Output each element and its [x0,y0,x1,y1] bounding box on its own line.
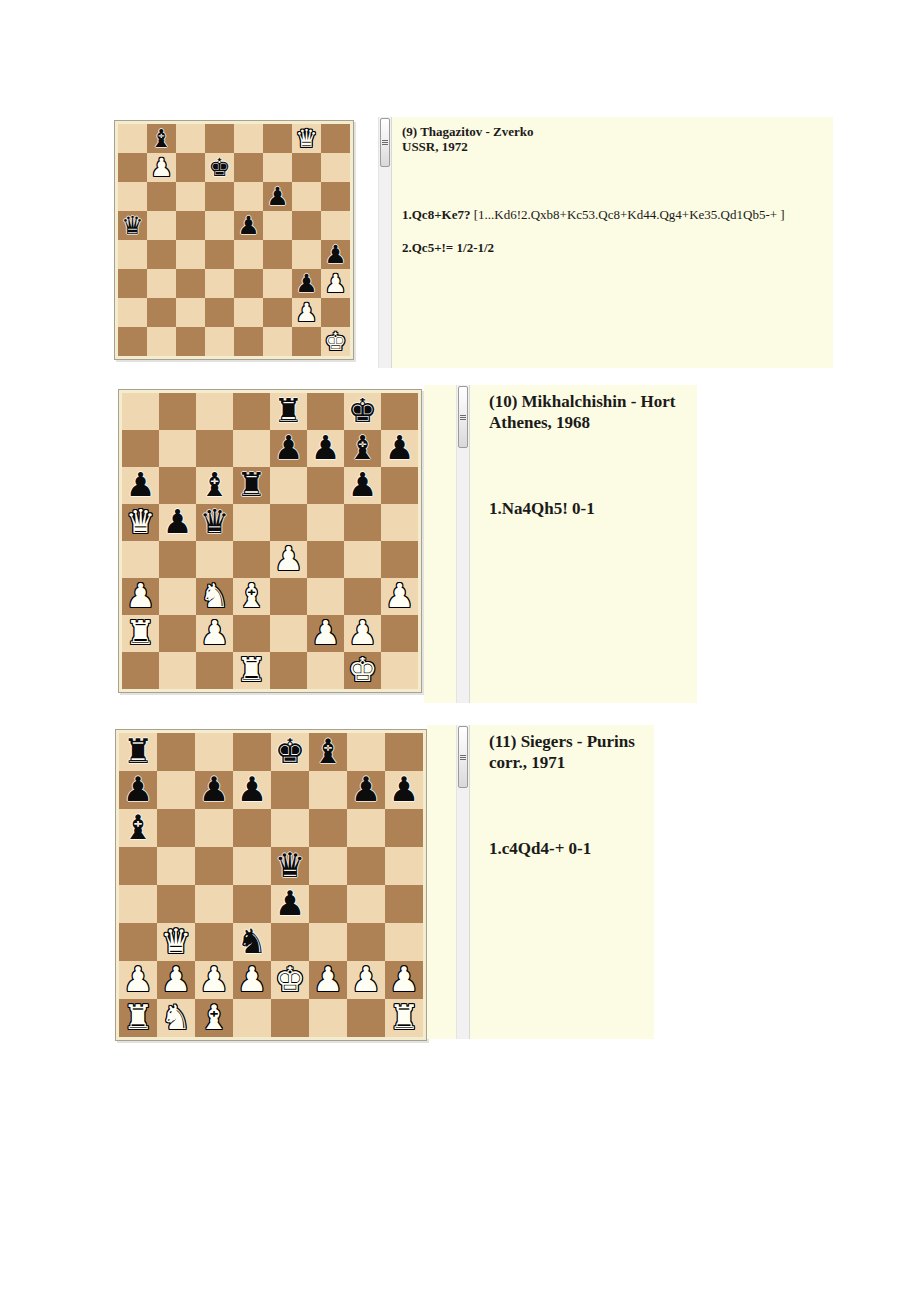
square-g7 [292,153,321,182]
square-a2: ♟ [119,961,157,999]
square-f7 [263,153,292,182]
white-pawn-icon: ♟ [126,580,156,613]
square-a4 [122,541,159,578]
black-pawn-icon: ♟ [385,432,415,465]
chess-training-page: { "game": "chess", "position": [ "1b4Q1/… [0,0,920,1302]
white-pawn-icon: ♟ [385,580,415,613]
move-line: 1.c4Qd4-+ 0-1 [489,839,648,859]
square-a1 [122,652,159,689]
square-g3 [344,578,381,615]
square-h2: ♟ [385,961,423,999]
square-e2 [234,298,263,327]
square-b8 [157,733,195,771]
square-g6 [292,182,321,211]
square-c4 [195,885,233,923]
square-h4 [381,541,418,578]
white-pawn-icon: ♟ [237,963,267,997]
square-e3 [271,923,309,961]
move-line: 1.Na4Qh5! 0-1 [489,499,691,519]
square-c3 [176,269,205,298]
square-d5 [233,504,270,541]
white-knight-icon: ♞ [161,1001,191,1035]
square-c7 [196,430,233,467]
square-b1 [147,327,176,356]
black-bishop-icon: ♝ [313,735,343,769]
square-h5 [385,847,423,885]
square-f2: ♟ [307,615,344,652]
black-bishop-icon: ♝ [348,432,378,465]
square-g1 [347,999,385,1037]
square-d3: ♝ [233,578,270,615]
square-b8: ♝ [147,124,176,153]
square-e4 [234,240,263,269]
square-c1: ♝ [195,999,233,1037]
square-d6 [233,809,271,847]
square-e8 [234,124,263,153]
square-h4 [385,885,423,923]
square-f7: ♟ [307,430,344,467]
game-title: (10) Mikhalchishin - Hort [489,391,691,412]
notation-scrollbar-1[interactable] [378,117,392,368]
square-d7 [233,430,270,467]
square-e1 [270,652,307,689]
square-f7 [309,771,347,809]
square-b1: ♞ [157,999,195,1037]
square-h7: ♟ [381,430,418,467]
square-f6 [309,809,347,847]
move-line: 1.Qc8+Ke7? [1...Kd6!2.Qxb8+Kc53.Qc8+Kd44… [402,207,825,222]
square-d5 [205,211,234,240]
black-rook-icon: ♜ [237,469,267,502]
black-queen-icon: ♛ [200,506,230,539]
square-b2 [159,615,196,652]
black-rook-icon: ♜ [274,395,304,428]
black-knight-icon: ♞ [237,925,267,959]
square-e1 [234,327,263,356]
square-h7 [321,153,350,182]
square-f5 [263,211,292,240]
square-g6: ♟ [344,467,381,504]
white-pawn-icon: ♟ [199,963,229,997]
square-e4: ♟ [271,885,309,923]
square-f1 [263,327,292,356]
square-b6 [159,467,196,504]
square-c7 [176,153,205,182]
main-moves: 2.Qc5+!= 1/2-1/2 [402,240,494,255]
square-c5 [176,211,205,240]
square-f8: ♝ [309,733,347,771]
white-rook-icon: ♜ [126,617,156,650]
square-d5 [233,847,271,885]
white-pawn-icon: ♟ [200,617,230,650]
square-c8 [196,393,233,430]
square-h5 [321,211,350,240]
notation-scrollbar-2[interactable] [456,385,470,703]
square-a6: ♝ [119,809,157,847]
square-e7 [271,771,309,809]
square-g6 [347,809,385,847]
square-a3 [118,269,147,298]
square-f3 [263,269,292,298]
square-a5: ♛ [122,504,159,541]
square-d6 [205,182,234,211]
square-h8 [381,393,418,430]
square-b5 [157,847,195,885]
square-g2: ♟ [347,961,385,999]
square-a7 [122,430,159,467]
black-pawn-icon: ♟ [351,773,381,807]
square-b7 [159,430,196,467]
square-f2: ♟ [309,961,347,999]
white-pawn-icon: ♟ [123,963,153,997]
square-e3 [270,578,307,615]
square-g8: ♛ [292,124,321,153]
white-king-icon: ♚ [348,654,378,687]
square-e5 [270,504,307,541]
white-queen-icon: ♛ [126,506,156,539]
square-b3 [159,578,196,615]
white-king-icon: ♚ [275,963,305,997]
square-a8 [118,124,147,153]
square-c2: ♟ [195,961,233,999]
square-e6 [234,182,263,211]
square-b3 [147,269,176,298]
square-e1 [271,999,309,1037]
square-h6 [321,182,350,211]
black-queen-icon: ♛ [275,849,305,883]
white-pawn-icon: ♟ [324,271,346,296]
square-b5: ♟ [159,504,196,541]
square-c6 [195,809,233,847]
square-a6: ♟ [122,467,159,504]
square-g1: ♚ [344,652,381,689]
black-pawn-icon: ♟ [275,887,305,921]
square-c4 [176,240,205,269]
square-a4 [119,885,157,923]
black-pawn-icon: ♟ [163,506,193,539]
square-b8 [159,393,196,430]
square-f5 [309,847,347,885]
square-d7: ♚ [205,153,234,182]
square-g7: ♟ [347,771,385,809]
square-b6 [157,809,195,847]
square-g2: ♟ [344,615,381,652]
square-d2: ♟ [233,961,271,999]
white-bishop-icon: ♝ [237,580,267,613]
white-rook-icon: ♜ [123,1001,153,1035]
game-title: (11) Siegers - Purins [489,731,648,752]
square-g8: ♚ [344,393,381,430]
square-f8 [263,124,292,153]
square-a2: ♜ [122,615,159,652]
black-pawn-icon: ♟ [274,432,304,465]
main-moves: 1.c4Qd4-+ 0-1 [489,839,591,858]
square-d4 [233,885,271,923]
variation-moves: [1...Kd6!2.Qxb8+Kc53.Qc8+Kd44.Qg4+Ke35.Q… [470,207,784,222]
square-d8 [205,124,234,153]
square-g7: ♝ [344,430,381,467]
notation-panel-9: (9) Thagazitov - Zverko USSR, 1972 1.Qc8… [392,117,833,368]
square-f1 [309,999,347,1037]
square-c8 [176,124,205,153]
square-c7: ♟ [195,771,233,809]
black-pawn-icon: ♟ [389,773,419,807]
square-g5 [347,847,385,885]
square-h1: ♚ [321,327,350,356]
square-f2 [263,298,292,327]
square-a8: ♜ [119,733,157,771]
square-e8: ♚ [271,733,309,771]
square-c6: ♝ [196,467,233,504]
black-pawn-icon: ♟ [295,271,317,296]
white-rook-icon: ♜ [389,1001,419,1035]
black-pawn-icon: ♟ [311,432,341,465]
black-bishop-icon: ♝ [123,811,153,845]
square-f1 [307,652,344,689]
square-g5 [292,211,321,240]
square-b3: ♛ [157,923,195,961]
square-c6 [176,182,205,211]
black-king-icon: ♚ [348,395,378,428]
square-g2: ♟ [292,298,321,327]
square-h6 [385,809,423,847]
square-e8: ♜ [270,393,307,430]
square-c8 [195,733,233,771]
square-b4 [147,240,176,269]
chess-board-10: ♜♚♟♟♝♟♟♝♜♟♛♟♛♟♟♞♝♟♜♟♟♟♜♚ [118,389,422,693]
square-g8 [347,733,385,771]
square-h3: ♟ [321,269,350,298]
square-a1 [118,327,147,356]
white-pawn-icon: ♟ [274,543,304,576]
square-h5 [381,504,418,541]
square-f3 [307,578,344,615]
game-event: USSR, 1972 [402,139,825,154]
square-f4 [309,885,347,923]
square-f5 [307,504,344,541]
square-f8 [307,393,344,430]
square-f3 [309,923,347,961]
board-grid-11: ♜♚♝♟♟♟♟♟♝♛♟♛♞♟♟♟♟♚♟♟♟♜♞♝♜ [119,733,423,1037]
square-d4 [205,240,234,269]
square-h8 [385,733,423,771]
square-b2 [147,298,176,327]
square-h7: ♟ [385,771,423,809]
square-c4 [196,541,233,578]
square-b6 [147,182,176,211]
square-c2: ♟ [196,615,233,652]
white-bishop-icon: ♝ [199,1001,229,1035]
black-bishop-icon: ♝ [200,469,230,502]
square-g3 [347,923,385,961]
white-queen-icon: ♛ [161,925,191,959]
square-f4 [307,541,344,578]
square-d3: ♞ [233,923,271,961]
black-king-icon: ♚ [208,155,230,180]
square-c5 [195,847,233,885]
white-pawn-icon: ♟ [389,963,419,997]
square-a3 [119,923,157,961]
black-queen-icon: ♛ [121,213,143,238]
white-pawn-icon: ♟ [351,963,381,997]
chess-board-9: ♝♛♟♚♟♛♟♟♟♟♟♚ [114,120,354,360]
square-e7: ♟ [270,430,307,467]
square-b7: ♟ [147,153,176,182]
square-h4: ♟ [321,240,350,269]
square-b4 [157,885,195,923]
black-pawn-icon: ♟ [237,213,259,238]
game-title: (9) Thagazitov - Zverko [402,124,825,139]
square-g1 [292,327,321,356]
scrollbar-thumb-grip-icon[interactable] [458,726,468,788]
square-d2 [233,615,270,652]
square-e6 [270,467,307,504]
square-a7: ♟ [119,771,157,809]
square-d1 [205,327,234,356]
square-a7 [118,153,147,182]
game-event: corr., 1971 [489,752,648,773]
square-g3: ♟ [292,269,321,298]
square-b2: ♟ [157,961,195,999]
square-b4 [159,541,196,578]
square-e7 [234,153,263,182]
square-e2: ♚ [271,961,309,999]
square-h2 [321,298,350,327]
square-b1 [159,652,196,689]
square-a2 [118,298,147,327]
square-c1 [196,652,233,689]
square-g4 [347,885,385,923]
square-e4: ♟ [270,541,307,578]
square-d7: ♟ [233,771,271,809]
square-h1 [381,652,418,689]
black-pawn-icon: ♟ [123,773,153,807]
square-c1 [176,327,205,356]
square-c3 [195,923,233,961]
square-f6 [307,467,344,504]
square-d4 [233,541,270,578]
main-moves: 1.Qc8+Ke7? [402,207,470,222]
black-pawn-icon: ♟ [237,773,267,807]
white-pawn-icon: ♟ [313,963,343,997]
board-grid-10: ♜♚♟♟♝♟♟♝♜♟♛♟♛♟♟♞♝♟♜♟♟♟♜♚ [122,393,418,689]
square-h1: ♜ [385,999,423,1037]
square-a1: ♜ [119,999,157,1037]
square-d2 [205,298,234,327]
move-line: 2.Qc5+!= 1/2-1/2 [402,240,825,255]
white-king-icon: ♚ [324,329,346,354]
white-pawn-icon: ♟ [161,963,191,997]
square-g5 [344,504,381,541]
square-e5: ♟ [234,211,263,240]
white-pawn-icon: ♟ [295,300,317,325]
square-d1 [233,999,271,1037]
square-h3 [385,923,423,961]
square-c3: ♞ [196,578,233,615]
white-pawn-icon: ♟ [311,617,341,650]
square-c2 [176,298,205,327]
square-b5 [147,211,176,240]
black-pawn-icon: ♟ [348,469,378,502]
main-moves: 1.Na4Qh5! 0-1 [489,499,595,518]
black-bishop-icon: ♝ [150,126,172,151]
square-a5 [119,847,157,885]
white-rook-icon: ♜ [237,654,267,687]
square-g4 [344,541,381,578]
square-b7 [157,771,195,809]
square-f6: ♟ [263,182,292,211]
square-c5: ♛ [196,504,233,541]
square-h2 [381,615,418,652]
square-e3 [234,269,263,298]
black-pawn-icon: ♟ [324,242,346,267]
square-d8 [233,733,271,771]
square-h6 [381,467,418,504]
notation-scrollbar-3[interactable] [456,725,470,1039]
square-d3 [205,269,234,298]
square-d1: ♜ [233,652,270,689]
black-pawn-icon: ♟ [266,184,288,209]
square-g4 [292,240,321,269]
black-rook-icon: ♜ [123,735,153,769]
square-h8 [321,124,350,153]
white-pawn-icon: ♟ [348,617,378,650]
square-e2 [270,615,307,652]
scrollbar-thumb-grip-icon[interactable] [458,386,468,448]
square-d6: ♜ [233,467,270,504]
game-event: Athenes, 1968 [489,412,691,433]
white-pawn-icon: ♟ [150,155,172,180]
square-a4 [118,240,147,269]
square-a8 [122,393,159,430]
square-h3: ♟ [381,578,418,615]
square-d8 [233,393,270,430]
chess-board-11: ♜♚♝♟♟♟♟♟♝♛♟♛♞♟♟♟♟♚♟♟♟♜♞♝♜ [115,729,427,1041]
square-e5: ♛ [271,847,309,885]
board-grid-9: ♝♛♟♚♟♛♟♟♟♟♟♚ [118,124,350,356]
white-queen-icon: ♛ [295,126,317,151]
black-pawn-icon: ♟ [199,773,229,807]
square-a3: ♟ [122,578,159,615]
black-king-icon: ♚ [275,735,305,769]
square-a6 [118,182,147,211]
square-a5: ♛ [118,211,147,240]
square-e6 [271,809,309,847]
black-pawn-icon: ♟ [126,469,156,502]
white-knight-icon: ♞ [200,580,230,613]
scrollbar-thumb-grip-icon[interactable] [380,118,390,167]
square-f4 [263,240,292,269]
